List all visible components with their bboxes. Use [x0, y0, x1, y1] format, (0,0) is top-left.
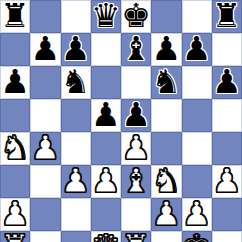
black-knight-f6[interactable]: ♞: [152, 65, 182, 98]
square-b6[interactable]: [30, 66, 60, 99]
white-pawn-e4[interactable]: ♟: [121, 131, 151, 164]
white-pawn-b4[interactable]: ♟: [31, 131, 61, 164]
white-pawn-d3[interactable]: ♟: [91, 164, 121, 197]
black-bishop-e7[interactable]: ♝: [121, 32, 151, 65]
square-b4[interactable]: ♟: [30, 132, 60, 165]
square-g7[interactable]: ♟: [182, 33, 212, 66]
square-a1[interactable]: ♜: [0, 231, 30, 242]
black-knight-c6[interactable]: ♞: [61, 65, 91, 98]
square-h5[interactable]: [212, 99, 242, 132]
white-queen-d1[interactable]: ♛: [91, 230, 121, 242]
square-c2[interactable]: [61, 198, 91, 231]
square-d1[interactable]: ♛: [91, 231, 121, 242]
square-a4[interactable]: ♞: [0, 132, 30, 165]
square-b1[interactable]: [30, 231, 60, 242]
white-pawn-c3[interactable]: ♟: [61, 164, 91, 197]
square-h2[interactable]: [212, 198, 242, 231]
square-h1[interactable]: [212, 231, 242, 242]
square-c5[interactable]: [61, 99, 91, 132]
square-f5[interactable]: [151, 99, 181, 132]
white-rook-a1[interactable]: ♜: [0, 230, 30, 242]
square-c1[interactable]: [61, 231, 91, 242]
black-king-e8[interactable]: ♚: [121, 0, 151, 32]
chess-board: ♜♛♚♜♟♟♝♟♟♟♞♞♟♟♟♞♟♟♟♟♝♞♟♟♟♟♜♛♜♚: [0, 0, 242, 242]
square-a8[interactable]: ♜: [0, 0, 30, 33]
black-pawn-d5[interactable]: ♟: [91, 98, 121, 131]
square-h8[interactable]: ♜: [212, 0, 242, 33]
white-bishop-e3[interactable]: ♝: [121, 164, 151, 197]
square-f2[interactable]: ♟: [151, 198, 181, 231]
square-e1[interactable]: ♜: [121, 231, 151, 242]
square-b3[interactable]: [30, 165, 60, 198]
square-g5[interactable]: [182, 99, 212, 132]
square-d7[interactable]: [91, 33, 121, 66]
white-rook-e1[interactable]: ♜: [121, 230, 151, 242]
white-pawn-g2[interactable]: ♟: [182, 197, 212, 230]
square-c6[interactable]: ♞: [61, 66, 91, 99]
square-g4[interactable]: [182, 132, 212, 165]
square-e7[interactable]: ♝: [121, 33, 151, 66]
white-knight-a4[interactable]: ♞: [0, 131, 30, 164]
black-rook-h8[interactable]: ♜: [212, 0, 242, 32]
white-pawn-h3[interactable]: ♟: [212, 164, 242, 197]
black-pawn-c7[interactable]: ♟: [61, 32, 91, 65]
square-e3[interactable]: ♝: [121, 165, 151, 198]
black-pawn-g7[interactable]: ♟: [182, 32, 212, 65]
white-king-g1[interactable]: ♚: [182, 230, 212, 242]
square-h3[interactable]: ♟: [212, 165, 242, 198]
square-b7[interactable]: ♟: [30, 33, 60, 66]
square-a6[interactable]: ♟: [0, 66, 30, 99]
black-pawn-f7[interactable]: ♟: [152, 32, 182, 65]
square-d8[interactable]: ♛: [91, 0, 121, 33]
square-g1[interactable]: ♚: [182, 231, 212, 242]
black-queen-d8[interactable]: ♛: [91, 0, 121, 32]
white-pawn-a2[interactable]: ♟: [0, 197, 30, 230]
square-b2[interactable]: [30, 198, 60, 231]
square-g6[interactable]: [182, 66, 212, 99]
square-f6[interactable]: ♞: [151, 66, 181, 99]
square-c3[interactable]: ♟: [61, 165, 91, 198]
square-d3[interactable]: ♟: [91, 165, 121, 198]
square-d5[interactable]: ♟: [91, 99, 121, 132]
black-pawn-e5[interactable]: ♟: [121, 98, 151, 131]
square-f1[interactable]: [151, 231, 181, 242]
black-pawn-b7[interactable]: ♟: [31, 32, 61, 65]
white-pawn-f2[interactable]: ♟: [152, 197, 182, 230]
white-knight-f3[interactable]: ♞: [152, 164, 182, 197]
black-pawn-h6[interactable]: ♟: [212, 65, 242, 98]
square-h6[interactable]: ♟: [212, 66, 242, 99]
black-rook-a8[interactable]: ♜: [0, 0, 30, 32]
black-pawn-a6[interactable]: ♟: [0, 65, 30, 98]
